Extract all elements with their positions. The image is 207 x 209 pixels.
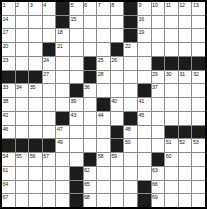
black-cell-r15c11: [138, 194, 151, 207]
clue-number-33: 33: [3, 84, 9, 90]
white-cell-r8c11[interactable]: 41: [138, 98, 151, 111]
white-cell-r12c11[interactable]: [138, 153, 151, 166]
white-cell-r12c1[interactable]: 54: [2, 153, 15, 166]
white-cell-r1c1[interactable]: 1: [2, 2, 15, 15]
white-cell-r1c2[interactable]: 2: [16, 2, 29, 15]
clue-number-48: 48: [125, 126, 131, 132]
white-cell-r14c12[interactable]: 66: [152, 181, 165, 194]
clue-number-61: 61: [3, 167, 9, 173]
white-cell-r13c7[interactable]: 62: [84, 167, 97, 180]
clue-number-42: 42: [3, 112, 9, 118]
white-cell-r2c11[interactable]: 16: [138, 16, 151, 29]
white-cell-r9c13[interactable]: [165, 112, 178, 125]
clue-number-68: 68: [84, 194, 90, 200]
black-cell-r4c4: [43, 43, 56, 56]
clue-number-15: 15: [71, 16, 77, 22]
white-cell-r12c4[interactable]: 57: [43, 153, 56, 166]
white-cell-r6c12[interactable]: 29: [152, 71, 165, 84]
white-cell-r14c1[interactable]: 64: [2, 181, 15, 194]
white-cell-r13c8[interactable]: [97, 167, 110, 180]
black-cell-r4c9: [111, 43, 124, 56]
white-cell-r3c11[interactable]: 19: [138, 29, 151, 42]
clue-number-9: 9: [139, 2, 142, 8]
white-cell-r15c4[interactable]: [43, 194, 56, 207]
black-cell-r11c2: [16, 139, 29, 152]
white-cell-r12c8[interactable]: 58: [97, 153, 110, 166]
clue-number-38: 38: [3, 98, 9, 104]
white-cell-r10c6[interactable]: [70, 126, 83, 139]
white-cell-r3c14[interactable]: [179, 29, 192, 42]
white-cell-r10c3[interactable]: [29, 126, 42, 139]
white-cell-r15c2[interactable]: [16, 194, 29, 207]
white-cell-r11c7[interactable]: [84, 139, 97, 152]
black-cell-r10c9: [111, 126, 124, 139]
white-cell-r9c12[interactable]: [152, 112, 165, 125]
clue-number-52: 52: [179, 139, 185, 145]
white-cell-r11c14[interactable]: 52: [179, 139, 192, 152]
clue-number-64: 64: [3, 181, 9, 187]
clue-number-25: 25: [98, 57, 104, 63]
white-cell-r9c7[interactable]: [84, 112, 97, 125]
clue-number-49: 49: [57, 139, 63, 145]
white-cell-r8c12[interactable]: [152, 98, 165, 111]
clue-number-4: 4: [43, 2, 46, 8]
white-cell-r9c9[interactable]: [111, 112, 124, 125]
clue-number-58: 58: [98, 153, 104, 159]
clue-number-8: 8: [111, 2, 114, 8]
white-cell-r12c9[interactable]: 59: [111, 153, 124, 166]
white-cell-r7c13[interactable]: [165, 84, 178, 97]
clue-number-20: 20: [3, 43, 9, 49]
white-cell-r1c12[interactable]: 10: [152, 2, 165, 15]
white-cell-r13c10[interactable]: [124, 167, 137, 180]
white-cell-r7c4[interactable]: [43, 84, 56, 97]
white-cell-r5c10[interactable]: [124, 57, 137, 70]
clue-number-5: 5: [71, 2, 74, 8]
clue-number-51: 51: [166, 139, 172, 145]
clue-number-43: 43: [71, 112, 77, 118]
white-cell-r5c3[interactable]: [29, 57, 42, 70]
white-cell-r10c5[interactable]: 47: [56, 126, 69, 139]
clue-number-44: 44: [98, 112, 104, 118]
white-cell-r12c15[interactable]: [192, 153, 205, 166]
white-cell-r5c11[interactable]: [138, 57, 151, 70]
white-cell-r3c1[interactable]: 17: [2, 29, 15, 42]
black-cell-r3c10: [124, 29, 137, 42]
black-cell-r12c12: [152, 153, 165, 166]
white-cell-r12c6[interactable]: [70, 153, 83, 166]
white-cell-r2c1[interactable]: 14: [2, 16, 15, 29]
white-cell-r11c12[interactable]: [152, 139, 165, 152]
white-cell-r7c12[interactable]: 37: [152, 84, 165, 97]
clue-number-26: 26: [111, 57, 117, 63]
clue-number-62: 62: [84, 167, 90, 173]
black-cell-r14c11: [138, 181, 151, 194]
clue-number-69: 69: [152, 194, 158, 200]
white-cell-r6c6[interactable]: [70, 71, 83, 84]
white-cell-r14c3[interactable]: [29, 181, 42, 194]
white-cell-r7c1[interactable]: 33: [2, 84, 15, 97]
white-cell-r11c11[interactable]: [138, 139, 151, 152]
white-cell-r15c12[interactable]: 69: [152, 194, 165, 207]
black-cell-r11c9: [111, 139, 124, 152]
clue-number-27: 27: [43, 71, 49, 77]
clue-number-13: 13: [193, 2, 199, 8]
white-cell-r11c10[interactable]: 50: [124, 139, 137, 152]
white-cell-r4c8[interactable]: [97, 43, 110, 56]
clue-number-50: 50: [125, 139, 131, 145]
white-cell-r14c8[interactable]: [97, 181, 110, 194]
clue-number-60: 60: [166, 153, 172, 159]
white-cell-r9c11[interactable]: 45: [138, 112, 151, 125]
white-cell-r13c3[interactable]: [29, 167, 42, 180]
white-cell-r2c14[interactable]: [179, 16, 192, 29]
black-cell-r15c6: [70, 194, 83, 207]
white-cell-r1c8[interactable]: 7: [97, 2, 110, 15]
clue-number-2: 2: [16, 2, 19, 8]
white-cell-r10c1[interactable]: 46: [2, 126, 15, 139]
white-cell-r1c11[interactable]: 9: [138, 2, 151, 15]
white-cell-r10c7[interactable]: [84, 126, 97, 139]
white-cell-r7c5[interactable]: [56, 84, 69, 97]
white-cell-r8c13[interactable]: [165, 98, 178, 111]
clue-number-11: 11: [166, 2, 171, 8]
white-cell-r12c14[interactable]: [179, 153, 192, 166]
white-cell-r9c15[interactable]: [192, 112, 205, 125]
black-cell-r7c11: [138, 84, 151, 97]
clue-number-3: 3: [30, 2, 33, 8]
white-cell-r3c5[interactable]: 18: [56, 29, 69, 42]
clue-number-12: 12: [179, 2, 185, 8]
white-cell-r9c3[interactable]: [29, 112, 42, 125]
white-cell-r4c10[interactable]: 22: [124, 43, 137, 56]
white-cell-r7c2[interactable]: 34: [16, 84, 29, 97]
black-cell-r5c13: [165, 57, 178, 70]
white-cell-r8c4[interactable]: [43, 98, 56, 111]
clue-number-7: 7: [98, 2, 101, 8]
black-cell-r10c13: [165, 126, 178, 139]
white-cell-r2c12[interactable]: [152, 16, 165, 29]
clue-number-19: 19: [139, 29, 145, 35]
white-cell-r8c15[interactable]: [192, 98, 205, 111]
white-cell-r13c1[interactable]: 61: [2, 167, 15, 180]
white-cell-r14c7[interactable]: 65: [84, 181, 97, 194]
white-cell-r13c14[interactable]: [179, 167, 192, 180]
white-cell-r7c9[interactable]: [111, 84, 124, 97]
clue-number-23: 23: [3, 57, 9, 63]
clue-number-39: 39: [71, 98, 77, 104]
white-cell-r2c6[interactable]: 15: [70, 16, 83, 29]
clue-number-66: 66: [152, 181, 158, 187]
white-cell-r1c15[interactable]: 13: [192, 2, 205, 15]
white-cell-r8c5[interactable]: [56, 98, 69, 111]
white-cell-r14c15[interactable]: [192, 181, 205, 194]
clue-number-35: 35: [30, 84, 36, 90]
white-cell-r2c3[interactable]: [29, 16, 42, 29]
black-cell-r9c5: [56, 112, 69, 125]
white-cell-r14c5[interactable]: [56, 181, 69, 194]
black-cell-r1c10: [124, 2, 137, 15]
white-cell-r6c14[interactable]: 31: [179, 71, 192, 84]
white-cell-r5c9[interactable]: 26: [111, 57, 124, 70]
white-cell-r8c1[interactable]: 38: [2, 98, 15, 111]
white-cell-r13c9[interactable]: [111, 167, 124, 180]
white-cell-r15c13[interactable]: [165, 194, 178, 207]
clue-number-55: 55: [16, 153, 22, 159]
clue-number-53: 53: [193, 139, 199, 145]
white-cell-r4c3[interactable]: [29, 43, 42, 56]
white-cell-r6c8[interactable]: 28: [97, 71, 110, 84]
clue-number-54: 54: [3, 153, 9, 159]
crossword-board: 1234567891011121314151617181920212223242…: [0, 0, 207, 209]
white-cell-r13c15[interactable]: [192, 167, 205, 180]
clue-number-16: 16: [139, 16, 145, 22]
white-cell-r13c4[interactable]: [43, 167, 56, 180]
black-cell-r6c7: [84, 71, 97, 84]
white-cell-r6c4[interactable]: 27: [43, 71, 56, 84]
black-cell-r12c7: [84, 153, 97, 166]
white-cell-r12c5[interactable]: [56, 153, 69, 166]
black-cell-r2c10: [124, 16, 137, 29]
clue-number-18: 18: [57, 29, 63, 35]
white-cell-r12c2[interactable]: 55: [16, 153, 29, 166]
white-cell-r5c1[interactable]: 23: [2, 57, 15, 70]
white-cell-r15c3[interactable]: [29, 194, 42, 207]
white-cell-r14c14[interactable]: [179, 181, 192, 194]
white-cell-r3c9[interactable]: [111, 29, 124, 42]
white-cell-r6c9[interactable]: [111, 71, 124, 84]
white-cell-r8c7[interactable]: [84, 98, 97, 111]
white-cell-r4c7[interactable]: [84, 43, 97, 56]
white-cell-r2c15[interactable]: [192, 16, 205, 29]
white-cell-r7c8[interactable]: [97, 84, 110, 97]
clue-number-30: 30: [166, 71, 172, 77]
white-cell-r9c8[interactable]: 44: [97, 112, 110, 125]
white-cell-r2c2[interactable]: [16, 16, 29, 29]
white-cell-r8c14[interactable]: [179, 98, 192, 111]
clue-number-37: 37: [152, 84, 158, 90]
white-cell-r3c13[interactable]: [165, 29, 178, 42]
white-cell-r7c3[interactable]: 35: [29, 84, 42, 97]
white-cell-r11c13[interactable]: 51: [165, 139, 178, 152]
white-cell-r8c2[interactable]: [16, 98, 29, 111]
white-cell-r4c13[interactable]: [165, 43, 178, 56]
black-cell-r9c10: [124, 112, 137, 125]
clue-number-29: 29: [152, 71, 158, 77]
white-cell-r15c10[interactable]: [124, 194, 137, 207]
white-cell-r1c3[interactable]: 3: [29, 2, 42, 15]
white-cell-r10c11[interactable]: [138, 126, 151, 139]
white-cell-r13c12[interactable]: 63: [152, 167, 165, 180]
black-cell-r11c1: [2, 139, 15, 152]
black-cell-r1c5: [56, 2, 69, 15]
white-cell-r15c15[interactable]: [192, 194, 205, 207]
white-cell-r4c2[interactable]: [16, 43, 29, 56]
white-cell-r6c15[interactable]: 32: [192, 71, 205, 84]
white-cell-r8c6[interactable]: 39: [70, 98, 83, 111]
white-cell-r15c9[interactable]: [111, 194, 124, 207]
white-cell-r7c10[interactable]: [124, 84, 137, 97]
white-cell-r12c3[interactable]: 56: [29, 153, 42, 166]
black-cell-r11c3: [29, 139, 42, 152]
white-cell-r11c8[interactable]: [97, 139, 110, 152]
white-cell-r3c2[interactable]: [16, 29, 29, 42]
white-cell-r12c13[interactable]: 60: [165, 153, 178, 166]
white-cell-r5c6[interactable]: [70, 57, 83, 70]
black-cell-r5c15: [192, 57, 205, 70]
clue-number-14: 14: [3, 16, 9, 22]
white-cell-r4c6[interactable]: [70, 43, 83, 56]
white-cell-r4c15[interactable]: [192, 43, 205, 56]
black-cell-r14c6: [70, 181, 83, 194]
white-cell-r9c6[interactable]: 43: [70, 112, 83, 125]
clue-number-47: 47: [57, 126, 63, 132]
clue-number-67: 67: [3, 194, 9, 200]
white-cell-r6c10[interactable]: [124, 71, 137, 84]
black-cell-r6c1: [2, 71, 15, 84]
clue-number-63: 63: [152, 167, 158, 173]
clue-number-46: 46: [3, 126, 9, 132]
white-cell-r14c13[interactable]: [165, 181, 178, 194]
white-cell-r11c5[interactable]: 49: [56, 139, 69, 152]
white-cell-r10c4[interactable]: [43, 126, 56, 139]
clue-number-10: 10: [152, 2, 158, 8]
black-cell-r2c5: [56, 16, 69, 29]
clue-number-6: 6: [84, 2, 87, 8]
white-cell-r3c4[interactable]: [43, 29, 56, 42]
white-cell-r2c13[interactable]: [165, 16, 178, 29]
clue-number-22: 22: [125, 43, 131, 49]
black-cell-r10c15: [192, 126, 205, 139]
black-cell-r5c7: [84, 57, 97, 70]
white-cell-r2c7[interactable]: [84, 16, 97, 29]
clue-number-31: 31: [179, 71, 185, 77]
white-cell-r15c1[interactable]: 67: [2, 194, 15, 207]
white-cell-r15c7[interactable]: 68: [84, 194, 97, 207]
white-cell-r6c13[interactable]: 30: [165, 71, 178, 84]
black-cell-r5c14: [179, 57, 192, 70]
white-cell-r5c5[interactable]: [56, 57, 69, 70]
black-cell-r11c4: [43, 139, 56, 152]
white-cell-r8c9[interactable]: 40: [111, 98, 124, 111]
white-cell-r15c14[interactable]: [179, 194, 192, 207]
white-cell-r14c9[interactable]: [111, 181, 124, 194]
white-cell-r4c14[interactable]: [179, 43, 192, 56]
white-cell-r3c7[interactable]: [84, 29, 97, 42]
white-cell-r7c15[interactable]: [192, 84, 205, 97]
white-cell-r3c15[interactable]: [192, 29, 205, 42]
black-cell-r6c2: [16, 71, 29, 84]
white-cell-r4c1[interactable]: 20: [2, 43, 15, 56]
white-cell-r14c2[interactable]: [16, 181, 29, 194]
clue-number-36: 36: [84, 84, 90, 90]
white-cell-r1c6[interactable]: 5: [70, 2, 83, 15]
white-cell-r10c8[interactable]: [97, 126, 110, 139]
white-cell-r7c7[interactable]: 36: [84, 84, 97, 97]
white-cell-r8c10[interactable]: [124, 98, 137, 111]
white-cell-r15c5[interactable]: [56, 194, 69, 207]
white-cell-r14c4[interactable]: [43, 181, 56, 194]
clue-number-28: 28: [98, 71, 104, 77]
clue-number-40: 40: [111, 98, 117, 104]
white-cell-r1c9[interactable]: 8: [111, 2, 124, 15]
white-cell-r8c3[interactable]: [29, 98, 42, 111]
white-cell-r5c2[interactable]: [16, 57, 29, 70]
clue-number-45: 45: [139, 112, 145, 118]
white-cell-r10c10[interactable]: 48: [124, 126, 137, 139]
white-cell-r2c9[interactable]: [111, 16, 124, 29]
white-cell-r3c6[interactable]: [70, 29, 83, 42]
black-cell-r6c3: [29, 71, 42, 84]
clue-number-21: 21: [57, 43, 63, 49]
black-cell-r5c12: [152, 57, 165, 70]
clue-number-1: 1: [3, 2, 6, 8]
white-cell-r13c11[interactable]: [138, 167, 151, 180]
clue-number-56: 56: [30, 153, 36, 159]
white-cell-r10c2[interactable]: [16, 126, 29, 139]
clue-number-17: 17: [3, 29, 9, 35]
white-cell-r6c5[interactable]: [56, 71, 69, 84]
white-cell-r13c5[interactable]: [56, 167, 69, 180]
white-cell-r13c13[interactable]: [165, 167, 178, 180]
white-cell-r1c14[interactable]: 12: [179, 2, 192, 15]
white-cell-r12c10[interactable]: [124, 153, 137, 166]
white-cell-r1c13[interactable]: 11: [165, 2, 178, 15]
white-cell-r4c11[interactable]: [138, 43, 151, 56]
black-cell-r7c6: [70, 84, 83, 97]
black-cell-r13c6: [70, 167, 83, 180]
clue-number-32: 32: [193, 71, 199, 77]
white-cell-r9c14[interactable]: [179, 112, 192, 125]
white-cell-r1c4[interactable]: 4: [43, 2, 56, 15]
white-cell-r2c4[interactable]: [43, 16, 56, 29]
white-cell-r5c4[interactable]: 24: [43, 57, 56, 70]
white-cell-r7c14[interactable]: [179, 84, 192, 97]
white-cell-r1c7[interactable]: 6: [84, 2, 97, 15]
white-cell-r4c5[interactable]: 21: [56, 43, 69, 56]
white-cell-r9c1[interactable]: 42: [2, 112, 15, 125]
white-cell-r6c11[interactable]: [138, 71, 151, 84]
clue-number-65: 65: [84, 181, 90, 187]
white-cell-r14c10[interactable]: [124, 181, 137, 194]
white-cell-r11c6[interactable]: [70, 139, 83, 152]
white-cell-r3c12[interactable]: [152, 29, 165, 42]
white-cell-r13c2[interactable]: [16, 167, 29, 180]
white-cell-r4c12[interactable]: [152, 43, 165, 56]
white-cell-r5c8[interactable]: 25: [97, 57, 110, 70]
clue-number-57: 57: [43, 153, 49, 159]
white-cell-r3c3[interactable]: [29, 29, 42, 42]
white-cell-r2c8[interactable]: [97, 16, 110, 29]
clue-number-59: 59: [111, 153, 117, 159]
white-cell-r3c8[interactable]: [97, 29, 110, 42]
white-cell-r11c15[interactable]: 53: [192, 139, 205, 152]
white-cell-r9c4[interactable]: [43, 112, 56, 125]
black-cell-r10c14: [179, 126, 192, 139]
clue-number-41: 41: [139, 98, 145, 104]
white-cell-r10c12[interactable]: [152, 126, 165, 139]
clue-number-24: 24: [43, 57, 49, 63]
white-cell-r15c8[interactable]: [97, 194, 110, 207]
white-cell-r9c2[interactable]: [16, 112, 29, 125]
clue-number-34: 34: [16, 84, 22, 90]
black-cell-r8c8: [97, 98, 110, 111]
